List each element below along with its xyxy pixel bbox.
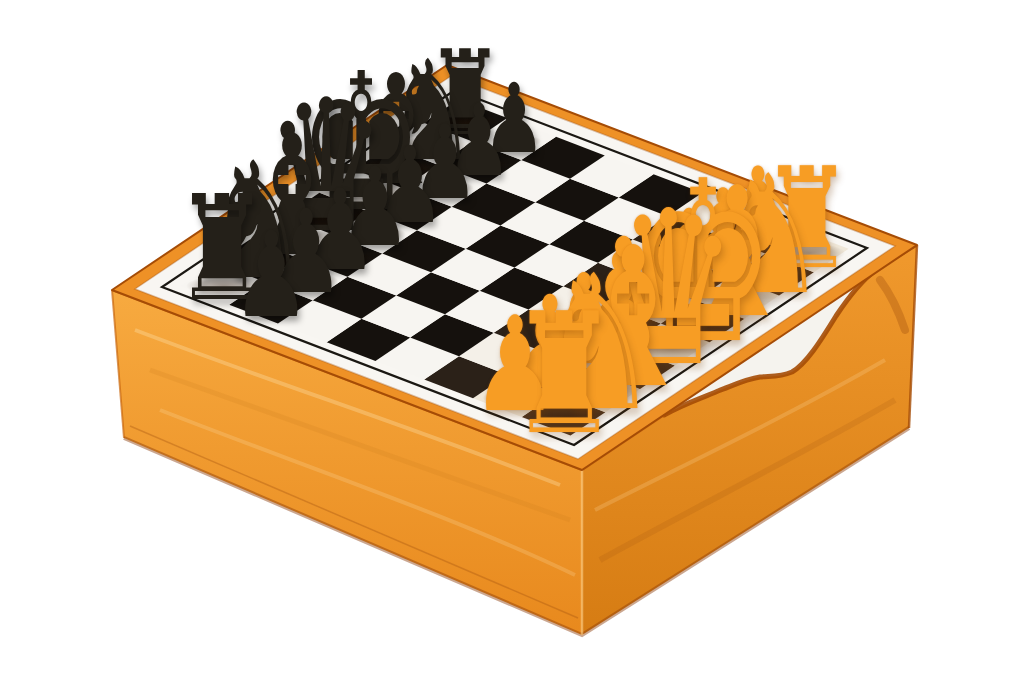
travel-chess-box-photo: ♜♞♝♛♚♝♞♜♟♟♟♟♟♟♟♟♟♟♟♟♟♟♟♟♜♞♝♛♚♝♞♜ — [0, 0, 1024, 681]
piece-orange-rook-a1[interactable]: ♜ — [508, 290, 618, 457]
piece-black-pawn-a7[interactable]: ♟ — [232, 217, 310, 335]
